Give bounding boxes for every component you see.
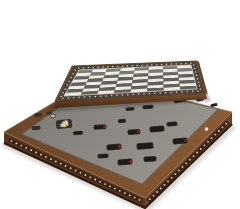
tray-slot-piece-red [172, 137, 187, 144]
tray-slot-piece [136, 142, 153, 150]
tray-latch-hole [205, 127, 208, 130]
tray-slot-piece-red [117, 158, 132, 165]
tray-slot-piece [149, 125, 164, 132]
chess-set-photo: ♞ [0, 0, 240, 209]
tray-slot-empty [31, 126, 40, 131]
tray-slot-piece [125, 107, 134, 111]
tray-slot-piece [210, 103, 217, 107]
tray-slot-piece [118, 119, 126, 124]
tray-slot-piece [97, 153, 108, 158]
scene-svg: ♞ [0, 0, 240, 209]
tray-slot-piece-red [106, 143, 121, 150]
tray-slot-piece-red [93, 124, 106, 130]
tray-slot-piece-red [127, 129, 140, 135]
tray-slot-piece [166, 121, 177, 126]
tray-slot-piece [143, 156, 156, 162]
tray-slot-piece [73, 131, 83, 136]
